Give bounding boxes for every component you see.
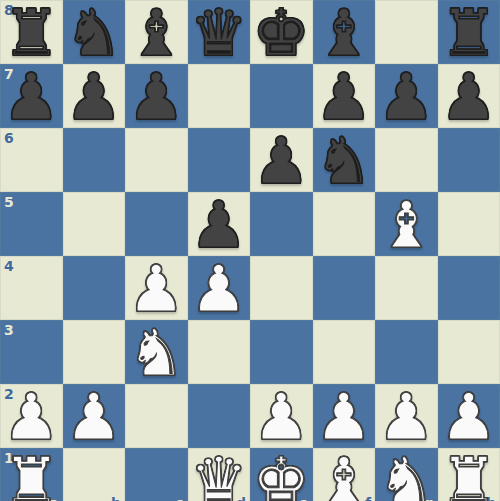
square-c7[interactable]: ♟ — [125, 64, 188, 128]
piece-white-knight[interactable]: ♞ — [378, 448, 435, 501]
square-b4[interactable] — [63, 256, 126, 320]
square-c4[interactable]: ♟ — [125, 256, 188, 320]
square-e7[interactable] — [250, 64, 313, 128]
piece-black-king[interactable]: ♚ — [253, 0, 310, 64]
piece-black-pawn[interactable]: ♟ — [65, 64, 122, 128]
piece-white-pawn[interactable]: ♟ — [440, 384, 497, 448]
square-b7[interactable]: ♟ — [63, 64, 126, 128]
square-g6[interactable] — [375, 128, 438, 192]
square-a6[interactable]: 6 — [0, 128, 63, 192]
square-d5[interactable]: ♟ — [188, 192, 251, 256]
square-h1[interactable]: h♜ — [438, 448, 500, 501]
rank-label-6: 6 — [4, 131, 14, 145]
piece-black-bishop[interactable]: ♝ — [315, 0, 372, 64]
piece-black-pawn[interactable]: ♟ — [440, 64, 497, 128]
square-c1[interactable]: c — [125, 448, 188, 501]
rank-label-3: 3 — [4, 323, 14, 337]
square-h3[interactable] — [438, 320, 500, 384]
square-f6[interactable]: ♞ — [313, 128, 376, 192]
piece-white-bishop[interactable]: ♝ — [378, 192, 435, 256]
square-d7[interactable] — [188, 64, 251, 128]
square-f4[interactable] — [313, 256, 376, 320]
square-d4[interactable]: ♟ — [188, 256, 251, 320]
chess-board: 8♜♞♝♛♚♝♜7♟♟♟♟♟♟6♟♞5♟♝4♟♟3♞2♟♟♟♟♟♟1a♜bcd♛… — [0, 0, 500, 501]
square-g5[interactable]: ♝ — [375, 192, 438, 256]
square-g4[interactable] — [375, 256, 438, 320]
square-h7[interactable]: ♟ — [438, 64, 500, 128]
square-f2[interactable]: ♟ — [313, 384, 376, 448]
square-e3[interactable] — [250, 320, 313, 384]
square-e6[interactable]: ♟ — [250, 128, 313, 192]
piece-white-knight[interactable]: ♞ — [128, 320, 185, 384]
square-h5[interactable] — [438, 192, 500, 256]
square-b3[interactable] — [63, 320, 126, 384]
piece-black-pawn[interactable]: ♟ — [190, 192, 247, 256]
piece-white-pawn[interactable]: ♟ — [315, 384, 372, 448]
square-b6[interactable] — [63, 128, 126, 192]
piece-black-knight[interactable]: ♞ — [65, 0, 122, 64]
piece-white-pawn[interactable]: ♟ — [190, 256, 247, 320]
piece-black-pawn[interactable]: ♟ — [378, 64, 435, 128]
piece-black-rook[interactable]: ♜ — [440, 0, 497, 64]
square-a8[interactable]: 8♜ — [0, 0, 63, 64]
square-h6[interactable] — [438, 128, 500, 192]
square-a5[interactable]: 5 — [0, 192, 63, 256]
piece-black-queen[interactable]: ♛ — [190, 0, 247, 64]
square-g3[interactable] — [375, 320, 438, 384]
square-b2[interactable]: ♟ — [63, 384, 126, 448]
square-h8[interactable]: ♜ — [438, 0, 500, 64]
square-a1[interactable]: 1a♜ — [0, 448, 63, 501]
square-c2[interactable] — [125, 384, 188, 448]
square-e1[interactable]: e♚ — [250, 448, 313, 501]
square-d3[interactable] — [188, 320, 251, 384]
square-a4[interactable]: 4 — [0, 256, 63, 320]
square-c6[interactable] — [125, 128, 188, 192]
square-g7[interactable]: ♟ — [375, 64, 438, 128]
piece-black-pawn[interactable]: ♟ — [128, 64, 185, 128]
square-e5[interactable] — [250, 192, 313, 256]
square-f1[interactable]: f♝ — [313, 448, 376, 501]
square-b1[interactable]: b — [63, 448, 126, 501]
square-g1[interactable]: g♞ — [375, 448, 438, 501]
piece-black-pawn[interactable]: ♟ — [3, 64, 60, 128]
square-a3[interactable]: 3 — [0, 320, 63, 384]
piece-black-pawn[interactable]: ♟ — [315, 64, 372, 128]
piece-white-pawn[interactable]: ♟ — [253, 384, 310, 448]
file-label-c: c — [175, 496, 183, 501]
piece-black-pawn[interactable]: ♟ — [253, 128, 310, 192]
square-d6[interactable] — [188, 128, 251, 192]
piece-black-rook[interactable]: ♜ — [3, 0, 60, 64]
square-b5[interactable] — [63, 192, 126, 256]
piece-black-knight[interactable]: ♞ — [315, 128, 372, 192]
square-b8[interactable]: ♞ — [63, 0, 126, 64]
piece-white-king[interactable]: ♚ — [253, 448, 310, 501]
square-g8[interactable] — [375, 0, 438, 64]
rank-label-5: 5 — [4, 195, 14, 209]
square-c3[interactable]: ♞ — [125, 320, 188, 384]
piece-white-pawn[interactable]: ♟ — [3, 384, 60, 448]
piece-white-rook[interactable]: ♜ — [440, 448, 497, 501]
square-d1[interactable]: d♛ — [188, 448, 251, 501]
square-h4[interactable] — [438, 256, 500, 320]
square-h2[interactable]: ♟ — [438, 384, 500, 448]
piece-white-bishop[interactable]: ♝ — [315, 448, 372, 501]
rank-label-4: 4 — [4, 259, 14, 273]
square-d8[interactable]: ♛ — [188, 0, 251, 64]
square-f3[interactable] — [313, 320, 376, 384]
square-e8[interactable]: ♚ — [250, 0, 313, 64]
square-c8[interactable]: ♝ — [125, 0, 188, 64]
piece-black-bishop[interactable]: ♝ — [128, 0, 185, 64]
piece-white-queen[interactable]: ♛ — [190, 448, 247, 501]
square-f8[interactable]: ♝ — [313, 0, 376, 64]
square-e2[interactable]: ♟ — [250, 384, 313, 448]
square-d2[interactable] — [188, 384, 251, 448]
file-label-b: b — [111, 496, 121, 501]
piece-white-pawn[interactable]: ♟ — [128, 256, 185, 320]
square-e4[interactable] — [250, 256, 313, 320]
square-f5[interactable] — [313, 192, 376, 256]
piece-white-pawn[interactable]: ♟ — [378, 384, 435, 448]
square-a7[interactable]: 7♟ — [0, 64, 63, 128]
square-a2[interactable]: 2♟ — [0, 384, 63, 448]
square-c5[interactable] — [125, 192, 188, 256]
piece-white-rook[interactable]: ♜ — [3, 448, 60, 501]
piece-white-pawn[interactable]: ♟ — [65, 384, 122, 448]
square-g2[interactable]: ♟ — [375, 384, 438, 448]
square-f7[interactable]: ♟ — [313, 64, 376, 128]
